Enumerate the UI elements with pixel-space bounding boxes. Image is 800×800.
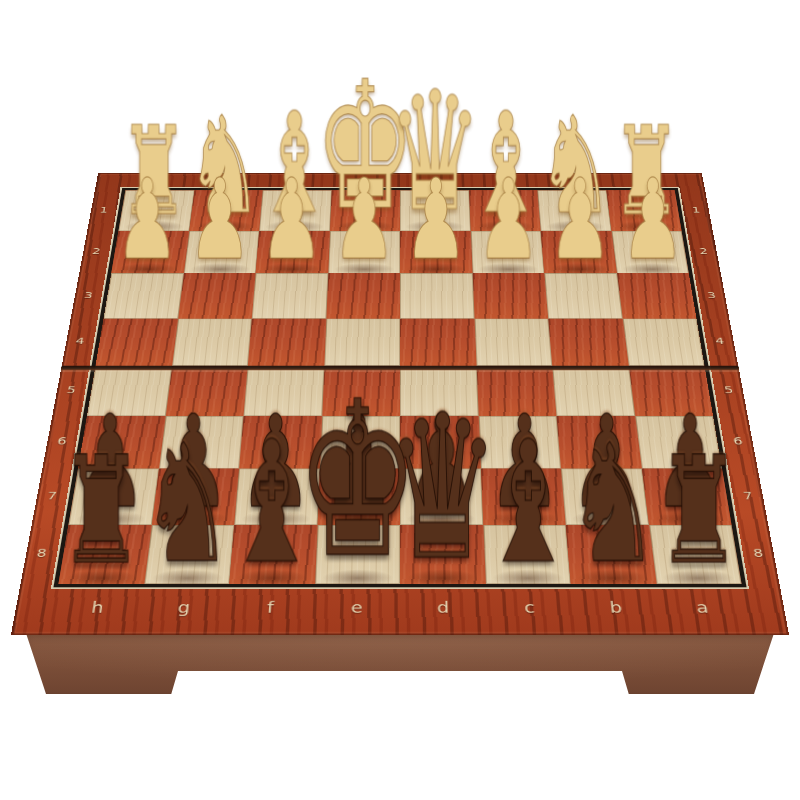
square-f3[interactable] — [252, 273, 328, 318]
board-frame: ♜♞♝♚♛♝♞♜♟♟♟♟♟♟♟♟♟♟♟♟♟♟♟♟♜♞♝♚♛♝♞♜ — [53, 188, 746, 587]
square-c3[interactable] — [472, 273, 548, 318]
square-d2[interactable]: ♟ — [400, 231, 472, 274]
rank-label-right-8: 8 — [748, 547, 768, 560]
white-pawn-d2[interactable]: ♟ — [404, 167, 468, 272]
square-g8[interactable]: ♞ — [144, 525, 234, 584]
rank-label-right-3: 3 — [703, 290, 720, 300]
square-g4[interactable] — [172, 318, 252, 365]
rank-label-left-8: 8 — [32, 547, 52, 560]
file-label-g: g — [171, 599, 198, 616]
square-b3[interactable] — [544, 273, 622, 318]
white-pawn-g2[interactable]: ♟ — [188, 167, 252, 272]
square-c2[interactable]: ♟ — [470, 231, 544, 274]
square-b4[interactable] — [548, 318, 628, 365]
square-e8[interactable]: ♚ — [315, 525, 400, 584]
square-e2[interactable]: ♟ — [328, 231, 400, 274]
square-g3[interactable] — [178, 273, 256, 318]
black-king-e8[interactable]: ♚ — [296, 379, 419, 582]
file-label-c: c — [517, 599, 543, 616]
square-a2[interactable]: ♟ — [611, 231, 689, 274]
square-g2[interactable]: ♟ — [183, 231, 259, 274]
white-pawn-a2[interactable]: ♟ — [621, 167, 685, 272]
rank-label-left-3: 3 — [80, 290, 97, 300]
square-b8[interactable]: ♞ — [566, 525, 656, 584]
square-h8[interactable]: ♜ — [58, 525, 151, 584]
white-pawn-c2[interactable]: ♟ — [476, 167, 540, 272]
black-rook-h8[interactable]: ♜ — [59, 441, 144, 582]
square-h4[interactable] — [96, 318, 178, 365]
black-rook-a8[interactable]: ♜ — [656, 441, 741, 582]
white-pawn-e2[interactable]: ♟ — [332, 167, 396, 272]
black-knight-b8[interactable]: ♞ — [567, 428, 660, 583]
square-f2[interactable]: ♟ — [256, 231, 330, 274]
board-grid: ♜♞♝♚♛♝♞♜♟♟♟♟♟♟♟♟♟♟♟♟♟♟♟♟♜♞♝♚♛♝♞♜ — [58, 190, 741, 584]
square-a8[interactable]: ♜ — [649, 525, 742, 584]
rank-label-right-1: 1 — [688, 205, 704, 214]
rank-label-left-1: 1 — [96, 205, 112, 214]
file-label-d: d — [431, 599, 456, 616]
square-e3[interactable] — [326, 273, 400, 318]
chess-set-photo: ♜♞♝♚♛♝♞♜♟♟♟♟♟♟♟♟♟♟♟♟♟♟♟♟♜♞♝♚♛♝♞♜ 1234567… — [0, 0, 800, 800]
white-pawn-h2[interactable]: ♟ — [116, 167, 180, 272]
black-bishop-c8[interactable]: ♝ — [480, 422, 577, 582]
rank-label-left-2: 2 — [88, 247, 105, 256]
square-h3[interactable] — [104, 273, 184, 318]
file-label-a: a — [689, 599, 716, 616]
file-label-h: h — [84, 599, 111, 616]
rank-label-right-4: 4 — [711, 336, 729, 346]
folding-board-base — [25, 630, 775, 694]
square-a4[interactable] — [622, 318, 704, 365]
square-b2[interactable]: ♟ — [541, 231, 617, 274]
square-a3[interactable] — [617, 273, 697, 318]
file-label-e: e — [344, 599, 369, 616]
square-d3[interactable] — [400, 273, 474, 318]
white-pawn-b2[interactable]: ♟ — [548, 167, 612, 272]
rank-label-left-4: 4 — [71, 336, 89, 346]
square-c8[interactable]: ♝ — [483, 525, 571, 584]
black-knight-g8[interactable]: ♞ — [140, 428, 233, 583]
file-label-b: b — [603, 599, 630, 616]
square-h2[interactable]: ♟ — [111, 231, 189, 274]
chess-board: ♜♞♝♚♛♝♞♜♟♟♟♟♟♟♟♟♟♟♟♟♟♟♟♟♜♞♝♚♛♝♞♜ 1234567… — [11, 173, 789, 635]
file-label-f: f — [257, 599, 283, 616]
white-pawn-f2[interactable]: ♟ — [260, 167, 324, 272]
rank-label-right-2: 2 — [695, 247, 712, 256]
square-c4[interactable] — [474, 318, 552, 365]
